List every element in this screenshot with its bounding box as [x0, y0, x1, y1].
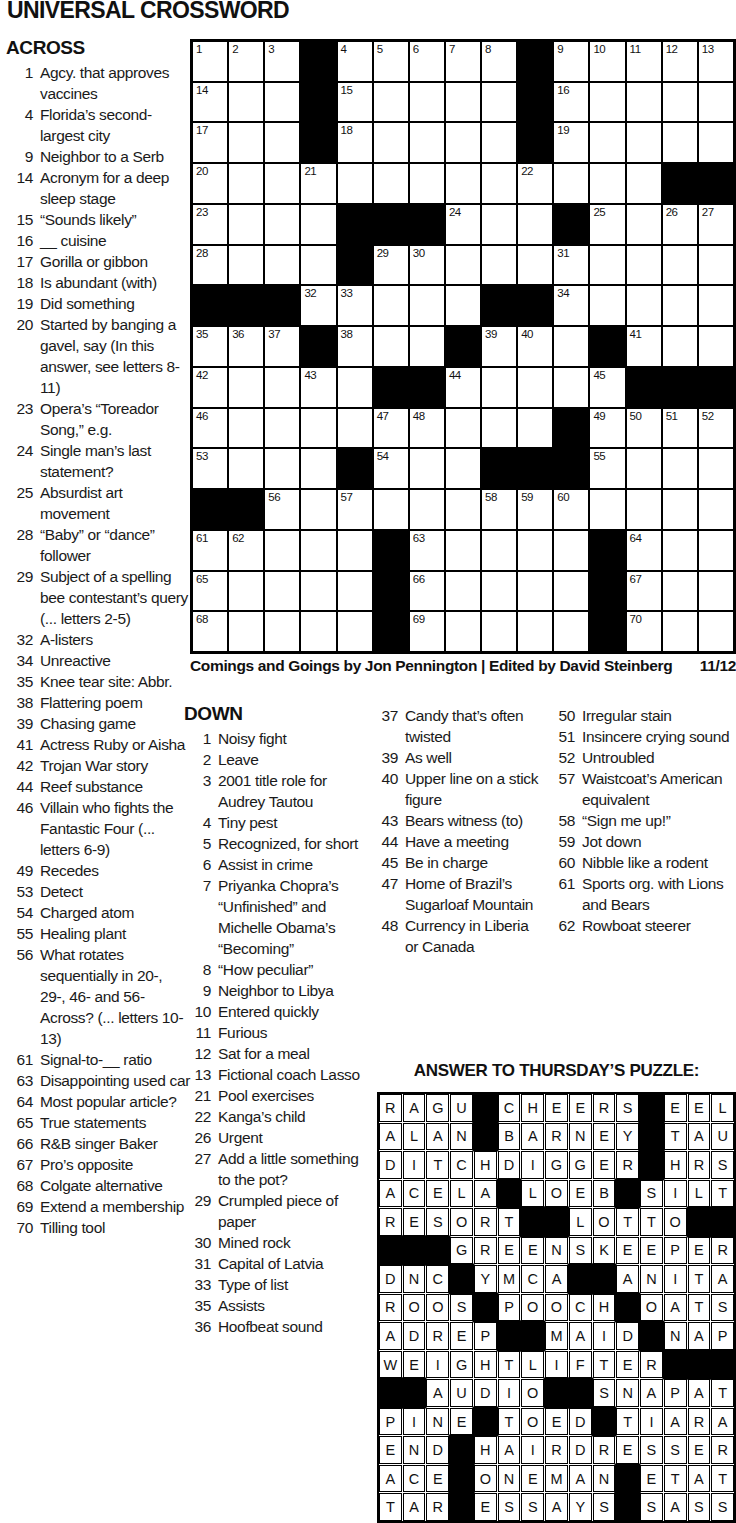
grid-cell[interactable]: 46	[193, 409, 227, 448]
answer-letter-cell: E	[403, 1208, 426, 1236]
grid-cell[interactable]: 2	[229, 42, 263, 81]
grid-cell[interactable]	[627, 286, 661, 325]
grid-cell[interactable]	[482, 83, 516, 122]
grid-cell[interactable]	[338, 572, 372, 611]
grid-cell[interactable]	[518, 246, 552, 285]
grid-cell[interactable]: 28	[193, 246, 227, 285]
answer-black-square	[379, 1237, 402, 1265]
clue-item: 6Assist in crime	[184, 854, 367, 875]
grid-cell[interactable]	[663, 327, 697, 366]
grid-cell[interactable]	[410, 490, 444, 529]
grid-cell[interactable]: 18	[338, 123, 372, 162]
cell-number: 63	[413, 532, 425, 544]
clue-number: 50	[545, 705, 582, 726]
grid-cell[interactable]: 8	[482, 42, 516, 81]
cell-number: 9	[557, 43, 563, 55]
grid-cell[interactable]: 52	[699, 409, 733, 448]
grid-cell[interactable]: 59	[518, 490, 552, 529]
clue-number: 21	[184, 1085, 218, 1106]
grid-cell[interactable]	[554, 164, 588, 203]
cell-number: 69	[413, 613, 425, 625]
grid-cell[interactable]	[518, 531, 552, 570]
answer-black-square	[521, 1322, 544, 1350]
grid-cell[interactable]	[410, 83, 444, 122]
grid-cell[interactable]: 44	[446, 368, 480, 407]
clue-text: Nibble like a rodent	[582, 852, 736, 873]
grid-cell[interactable]	[229, 612, 263, 651]
clue-item: 60Nibble like a rodent	[545, 852, 736, 873]
answer-letter-cell: O	[426, 1294, 449, 1322]
clue-number: 64	[6, 1091, 40, 1112]
grid-cell[interactable]	[663, 572, 697, 611]
grid-cell[interactable]	[446, 572, 480, 611]
clue-number: 68	[6, 1175, 40, 1196]
grid-cell[interactable]	[482, 612, 516, 651]
cell-number: 66	[413, 573, 425, 585]
grid-cell[interactable]	[265, 449, 299, 488]
clue-number: 4	[6, 104, 40, 146]
grid-cell[interactable]: 6	[410, 42, 444, 81]
grid-cell[interactable]: 31	[554, 246, 588, 285]
grid-cell[interactable]: 29	[374, 246, 408, 285]
clue-text: Subject of a spelling bee contestant’s q…	[40, 566, 190, 629]
clue-text: R&B singer Baker	[40, 1133, 190, 1154]
grid-cell[interactable]	[699, 531, 733, 570]
clue-number: 1	[6, 62, 40, 104]
grid-cell[interactable]	[699, 83, 733, 122]
grid-cell[interactable]	[554, 531, 588, 570]
grid-cell[interactable]	[482, 409, 516, 448]
grid-cell[interactable]: 7	[446, 42, 480, 81]
grid-cell[interactable]: 25	[590, 205, 624, 244]
grid-cell[interactable]: 24	[446, 205, 480, 244]
clue-number: 47	[368, 873, 405, 915]
cell-number: 20	[196, 165, 208, 177]
grid-cell[interactable]: 62	[229, 531, 263, 570]
grid-cell[interactable]	[627, 83, 661, 122]
grid-cell[interactable]	[265, 612, 299, 651]
grid-cell[interactable]	[446, 123, 480, 162]
grid-cell[interactable]	[518, 368, 552, 407]
answer-letter-cell: U	[450, 1094, 473, 1122]
black-square	[301, 83, 335, 122]
grid-cell[interactable]: 35	[193, 327, 227, 366]
clue-item: 1Noisy fight	[184, 728, 367, 749]
cell-number: 6	[413, 43, 419, 55]
grid-cell[interactable]: 66	[410, 572, 444, 611]
grid-cell[interactable]: 51	[663, 409, 697, 448]
grid-cell[interactable]	[410, 327, 444, 366]
black-square	[482, 286, 516, 325]
grid-cell[interactable]	[374, 164, 408, 203]
grid-cell[interactable]	[482, 205, 516, 244]
grid-cell[interactable]: 12	[663, 42, 697, 81]
grid-cell[interactable]	[446, 612, 480, 651]
grid-cell[interactable]	[482, 123, 516, 162]
grid-cell[interactable]	[265, 205, 299, 244]
grid-cell[interactable]	[663, 123, 697, 162]
grid-cell[interactable]: 49	[590, 409, 624, 448]
grid-cell[interactable]	[518, 205, 552, 244]
black-square	[410, 368, 444, 407]
black-square	[554, 449, 588, 488]
grid-cell[interactable]: 37	[265, 327, 299, 366]
answer-letter-cell: R	[426, 1493, 449, 1521]
grid-cell[interactable]: 33	[338, 286, 372, 325]
answer-letter-cell: R	[711, 1436, 734, 1464]
grid-cell[interactable]: 48	[410, 409, 444, 448]
grid-cell[interactable]	[627, 123, 661, 162]
grid-cell[interactable]	[590, 123, 624, 162]
answer-letter-cell: P	[664, 1237, 687, 1265]
grid-cell[interactable]: 38	[338, 327, 372, 366]
answer-black-square	[403, 1237, 426, 1265]
clue-item: 48Currency in Liberia or Canada	[368, 915, 545, 957]
grid-cell[interactable]: 54	[374, 449, 408, 488]
grid-cell[interactable]	[627, 205, 661, 244]
down-clues-column-3: 50Irregular stain51Insincere crying soun…	[545, 705, 736, 936]
grid-cell[interactable]: 42	[193, 368, 227, 407]
grid-cell[interactable]: 13	[699, 42, 733, 81]
answer-letter-cell: O	[545, 1180, 568, 1208]
grid-cell[interactable]	[518, 409, 552, 448]
clue-number: 55	[6, 923, 40, 944]
grid-cell[interactable]	[301, 409, 335, 448]
grid-cell[interactable]	[554, 327, 588, 366]
answer-letter-cell: R	[616, 1151, 639, 1179]
clue-number: 11	[184, 1022, 218, 1043]
grid-cell[interactable]	[338, 612, 372, 651]
cell-number: 34	[557, 287, 569, 299]
grid-cell[interactable]	[446, 531, 480, 570]
grid-cell[interactable]	[301, 612, 335, 651]
grid-cell[interactable]	[446, 286, 480, 325]
grid-cell[interactable]: 15	[338, 83, 372, 122]
grid-cell[interactable]	[590, 286, 624, 325]
grid-cell[interactable]	[627, 246, 661, 285]
cell-number: 64	[630, 532, 642, 544]
grid-cell[interactable]	[410, 123, 444, 162]
grid-cell[interactable]	[229, 123, 263, 162]
cell-number: 21	[304, 165, 316, 177]
clue-number: 54	[6, 902, 40, 923]
clue-text: Started by banging a gavel, say (In this…	[40, 314, 190, 398]
grid-cell[interactable]	[229, 83, 263, 122]
grid-cell[interactable]	[265, 531, 299, 570]
down-header: DOWN	[184, 703, 367, 725]
grid-cell[interactable]	[554, 572, 588, 611]
grid-cell[interactable]	[301, 531, 335, 570]
grid-cell[interactable]	[446, 83, 480, 122]
grid-cell[interactable]: 40	[518, 327, 552, 366]
grid-cell[interactable]	[663, 531, 697, 570]
grid-cell[interactable]	[699, 490, 733, 529]
grid-cell[interactable]	[446, 246, 480, 285]
grid-cell[interactable]	[554, 368, 588, 407]
clue-number: 29	[6, 566, 40, 629]
grid-cell[interactable]	[627, 449, 661, 488]
grid-cell[interactable]	[229, 205, 263, 244]
grid-cell[interactable]	[301, 449, 335, 488]
grid-cell[interactable]	[265, 123, 299, 162]
grid-cell[interactable]	[374, 286, 408, 325]
answer-black-square	[593, 1265, 616, 1293]
grid-cell[interactable]	[301, 246, 335, 285]
grid-cell[interactable]	[265, 164, 299, 203]
grid-cell[interactable]: 45	[590, 368, 624, 407]
answer-letter-cell: O	[664, 1208, 687, 1236]
clue-item: 68Colgate alternative	[6, 1175, 190, 1196]
grid-cell[interactable]	[301, 572, 335, 611]
grid-cell[interactable]	[229, 409, 263, 448]
clue-text: A-listers	[40, 629, 190, 650]
grid-cell[interactable]: 63	[410, 531, 444, 570]
grid-cell[interactable]	[265, 572, 299, 611]
cell-number: 42	[196, 369, 208, 381]
grid-cell[interactable]	[446, 409, 480, 448]
clue-number: 8	[184, 959, 218, 980]
grid-cell[interactable]	[699, 612, 733, 651]
answer-letter-cell: A	[664, 1408, 687, 1436]
grid-cell[interactable]	[301, 205, 335, 244]
answer-letter-cell: A	[664, 1294, 687, 1322]
grid-cell[interactable]	[265, 368, 299, 407]
answer-letter-cell: R	[688, 1408, 711, 1436]
answer-letter-cell: L	[403, 1123, 426, 1151]
grid-cell[interactable]	[663, 83, 697, 122]
answer-letter-cell: E	[688, 1237, 711, 1265]
grid-cell[interactable]: 1	[193, 42, 227, 81]
answer-letter-cell: A	[379, 1322, 402, 1350]
grid-cell[interactable]: 64	[627, 531, 661, 570]
grid-cell[interactable]: 22	[518, 164, 552, 203]
clue-item: 27Add a little something to the pot?	[184, 1148, 367, 1190]
grid-cell[interactable]	[699, 123, 733, 162]
grid-cell[interactable]: 58	[482, 490, 516, 529]
grid-cell[interactable]: 4	[338, 42, 372, 81]
grid-cell[interactable]	[374, 123, 408, 162]
grid-cell[interactable]	[410, 286, 444, 325]
grid-cell[interactable]: 39	[482, 327, 516, 366]
cell-number: 35	[196, 328, 208, 340]
grid-cell[interactable]	[410, 449, 444, 488]
clue-number: 42	[6, 755, 40, 776]
clue-number: 3	[184, 770, 218, 812]
grid-cell[interactable]	[590, 164, 624, 203]
clue-item: 29Subject of a spelling bee contestant’s…	[6, 566, 190, 629]
grid-cell[interactable]	[482, 246, 516, 285]
grid-cell[interactable]: 60	[554, 490, 588, 529]
answer-black-square	[474, 1094, 497, 1122]
black-square	[374, 572, 408, 611]
grid-cell[interactable]	[554, 612, 588, 651]
grid-cell[interactable]: 5	[374, 42, 408, 81]
grid-cell[interactable]: 61	[193, 531, 227, 570]
clue-number: 65	[6, 1112, 40, 1133]
grid-cell[interactable]: 70	[627, 612, 661, 651]
grid-cell[interactable]: 53	[193, 449, 227, 488]
grid-cell[interactable]: 11	[627, 42, 661, 81]
grid-cell[interactable]	[699, 327, 733, 366]
grid-cell[interactable]: 36	[229, 327, 263, 366]
grid-cell[interactable]: 32	[301, 286, 335, 325]
cell-number: 4	[341, 43, 347, 55]
clue-number: 40	[368, 768, 405, 810]
cell-number: 27	[702, 206, 714, 218]
grid-cell[interactable]	[663, 612, 697, 651]
grid-cell[interactable]	[699, 246, 733, 285]
grid-cell[interactable]	[699, 286, 733, 325]
grid-cell[interactable]	[663, 490, 697, 529]
grid-cell[interactable]: 20	[193, 164, 227, 203]
clue-number: 31	[184, 1253, 218, 1274]
grid-cell[interactable]	[338, 164, 372, 203]
clue-number: 29	[184, 1190, 218, 1232]
grid-cell[interactable]	[627, 164, 661, 203]
grid-cell[interactable]: 30	[410, 246, 444, 285]
grid-cell[interactable]: 19	[554, 123, 588, 162]
clue-text: Reef substance	[40, 776, 190, 797]
grid-cell[interactable]	[482, 164, 516, 203]
grid-cell[interactable]: 3	[265, 42, 299, 81]
grid-cell[interactable]: 65	[193, 572, 227, 611]
main-crossword-grid[interactable]: 1234567891011121314151617181920212223242…	[190, 39, 736, 654]
cell-number: 47	[377, 410, 389, 422]
grid-cell[interactable]: 21	[301, 164, 335, 203]
clue-text: Furious	[218, 1022, 367, 1043]
answer-black-square	[426, 1237, 449, 1265]
answer-letter-cell: A	[711, 1408, 734, 1436]
grid-cell[interactable]	[338, 368, 372, 407]
grid-cell[interactable]	[663, 286, 697, 325]
grid-cell[interactable]	[410, 164, 444, 203]
grid-cell[interactable]	[229, 572, 263, 611]
grid-cell[interactable]	[446, 490, 480, 529]
answer-black-square	[521, 1208, 544, 1236]
grid-cell[interactable]: 14	[193, 83, 227, 122]
grid-cell[interactable]	[229, 368, 263, 407]
cell-number: 43	[304, 369, 316, 381]
grid-cell[interactable]	[590, 83, 624, 122]
grid-cell[interactable]	[374, 490, 408, 529]
clue-item: 30Mined rock	[184, 1232, 367, 1253]
grid-cell[interactable]: 10	[590, 42, 624, 81]
grid-cell[interactable]	[518, 612, 552, 651]
grid-cell[interactable]	[265, 83, 299, 122]
grid-cell[interactable]: 34	[554, 286, 588, 325]
grid-cell[interactable]	[627, 490, 661, 529]
answer-letter-cell: O	[521, 1408, 544, 1436]
clue-number: 20	[6, 314, 40, 398]
grid-cell[interactable]	[374, 83, 408, 122]
grid-cell[interactable]: 9	[554, 42, 588, 81]
answer-letter-cell: E	[616, 1351, 639, 1379]
grid-cell[interactable]	[265, 246, 299, 285]
grid-cell[interactable]: 17	[193, 123, 227, 162]
grid-cell[interactable]	[301, 490, 335, 529]
answer-letter-cell: S	[450, 1294, 473, 1322]
answer-black-square	[593, 1408, 616, 1436]
grid-cell[interactable]: 68	[193, 612, 227, 651]
grid-cell[interactable]	[446, 164, 480, 203]
grid-cell[interactable]	[590, 246, 624, 285]
grid-cell[interactable]	[518, 572, 552, 611]
answer-letter-cell: I	[498, 1379, 521, 1407]
grid-cell[interactable]	[482, 531, 516, 570]
cell-number: 10	[593, 43, 605, 55]
grid-cell[interactable]	[229, 164, 263, 203]
grid-cell[interactable]	[338, 531, 372, 570]
grid-cell[interactable]: 27	[699, 205, 733, 244]
grid-cell[interactable]	[374, 327, 408, 366]
grid-cell[interactable]: 56	[265, 490, 299, 529]
clue-text: Tilling tool	[40, 1217, 190, 1238]
grid-cell[interactable]: 23	[193, 205, 227, 244]
clue-text: Add a little something to the pot?	[218, 1148, 367, 1190]
answer-letter-cell: G	[569, 1151, 592, 1179]
answer-letter-cell: R	[474, 1208, 497, 1236]
grid-cell[interactable]: 16	[554, 83, 588, 122]
answer-letter-cell: S	[426, 1208, 449, 1236]
clue-text: Chasing game	[40, 713, 190, 734]
answer-letter-cell: A	[545, 1265, 568, 1293]
grid-cell[interactable]: 50	[627, 409, 661, 448]
grid-cell[interactable]: 55	[590, 449, 624, 488]
grid-cell[interactable]	[482, 572, 516, 611]
grid-cell[interactable]: 67	[627, 572, 661, 611]
grid-cell[interactable]: 57	[338, 490, 372, 529]
clue-item: 40Upper line on a stick figure	[368, 768, 545, 810]
clue-item: 34Unreactive	[6, 650, 190, 671]
grid-cell[interactable]	[338, 409, 372, 448]
grid-cell[interactable]	[229, 449, 263, 488]
grid-cell[interactable]: 69	[410, 612, 444, 651]
answer-letter-cell: N	[426, 1408, 449, 1436]
grid-cell[interactable]: 47	[374, 409, 408, 448]
answer-letter-cell: T	[688, 1265, 711, 1293]
down-clue-list-2: 37Candy that’s often twisted39As well40U…	[368, 705, 545, 957]
cell-number: 51	[666, 410, 678, 422]
grid-cell[interactable]	[663, 246, 697, 285]
clue-number: 56	[6, 944, 40, 1049]
clue-item: 4Tiny pest	[184, 812, 367, 833]
black-square	[627, 368, 661, 407]
clue-number: 36	[184, 1316, 218, 1337]
answer-black-square	[498, 1180, 521, 1208]
answer-letter-cell: S	[688, 1493, 711, 1521]
grid-cell[interactable]: 41	[627, 327, 661, 366]
clue-text: Tiny pest	[218, 812, 367, 833]
grid-cell[interactable]	[590, 490, 624, 529]
grid-cell[interactable]	[699, 449, 733, 488]
answer-black-square	[640, 1123, 663, 1151]
clue-item: 45Be in charge	[368, 852, 545, 873]
grid-cell[interactable]: 43	[301, 368, 335, 407]
clue-text: Urgent	[218, 1127, 367, 1148]
clue-item: 8“How peculiar”	[184, 959, 367, 980]
grid-cell[interactable]	[482, 368, 516, 407]
answer-letter-cell: I	[426, 1351, 449, 1379]
grid-cell[interactable]	[446, 449, 480, 488]
answer-letter-cell: N	[403, 1265, 426, 1293]
answer-letter-cell: P	[498, 1294, 521, 1322]
grid-cell[interactable]: 26	[663, 205, 697, 244]
grid-cell[interactable]	[265, 409, 299, 448]
grid-cell[interactable]	[699, 572, 733, 611]
grid-cell[interactable]	[663, 449, 697, 488]
clue-item: 67Pro’s opposite	[6, 1154, 190, 1175]
grid-cell[interactable]	[229, 246, 263, 285]
